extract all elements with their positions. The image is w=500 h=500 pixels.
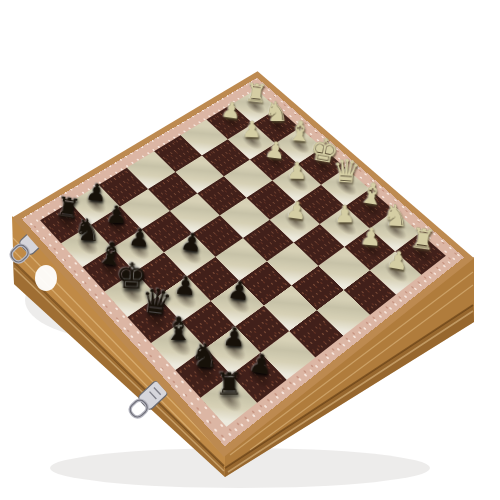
piece-glyph: ♟	[105, 203, 127, 227]
light-glare	[35, 265, 57, 291]
piece-glyph: ♟	[226, 277, 252, 305]
square-b3	[318, 247, 369, 290]
piece-glyph: ♟	[286, 159, 307, 182]
piece-glyph: ♟	[264, 138, 287, 163]
piece-glyph: ♝	[164, 313, 194, 346]
piece-glyph: ♟	[284, 197, 308, 223]
piece-glyph: ♞	[264, 98, 289, 126]
piece-glyph: ♟	[222, 324, 247, 351]
piece-glyph: ♜	[408, 224, 437, 255]
black-pawn: ♟	[172, 252, 208, 258]
product-photo-stage: ♜♞♝♛♚♝♞♜♟♟♟♟♟♟♟♟♟♟♟♟♟♟♟♟♜♞♝♛♚♝♞♜	[0, 0, 500, 500]
piece-glyph: ♟	[359, 224, 383, 250]
piece-glyph: ♟	[173, 273, 198, 300]
piece-glyph: ♞	[381, 200, 409, 231]
piece-glyph: ♛	[331, 154, 361, 187]
white-pawn: ♟	[352, 248, 388, 251]
piece-glyph: ♟	[241, 119, 262, 142]
piece-glyph: ♟	[179, 229, 204, 256]
piece-glyph: ♟	[220, 98, 243, 123]
piece-glyph: ♟	[385, 247, 411, 275]
piece-glyph: ♝	[286, 117, 313, 147]
piece-glyph: ♟	[127, 225, 151, 252]
piece-glyph: ♟	[334, 203, 355, 227]
piece-glyph: ♜	[215, 369, 243, 400]
white-pawn: ♟	[235, 141, 268, 142]
piece-glyph: ♟	[247, 349, 274, 379]
